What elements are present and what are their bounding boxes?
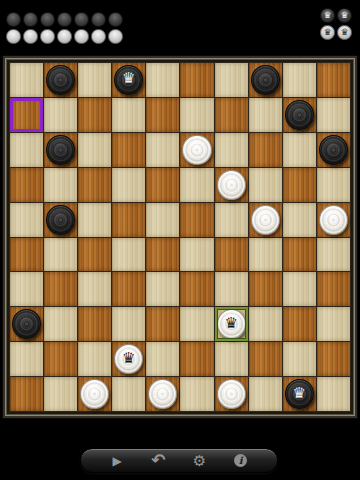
- white-man[interactable]: [251, 205, 280, 235]
- square-r3c4[interactable]: [112, 133, 145, 167]
- tray-white-kings-row: ♛♛: [320, 25, 352, 40]
- black-crown-icon: ♛: [224, 316, 237, 331]
- square-r2c3[interactable]: [78, 98, 111, 132]
- square-r2c4[interactable]: [112, 98, 145, 132]
- square-r7c2[interactable]: [44, 272, 77, 306]
- square-r4c7[interactable]: [215, 168, 248, 202]
- square-r7c3[interactable]: [78, 272, 111, 306]
- tray-black-man: [74, 12, 89, 27]
- tray-black-man: [108, 12, 123, 27]
- square-r5c1[interactable]: [10, 203, 43, 237]
- tray-black-men-row: [6, 12, 123, 27]
- square-r10c4[interactable]: [112, 377, 145, 411]
- square-r2c1[interactable]: [10, 98, 43, 132]
- square-r6c6[interactable]: [180, 238, 213, 272]
- undo-icon: ↶: [151, 450, 165, 470]
- square-r6c2[interactable]: [44, 238, 77, 272]
- square-r7c6[interactable]: [180, 272, 213, 306]
- square-r8c3[interactable]: [78, 307, 111, 341]
- square-r10c8[interactable]: [249, 377, 282, 411]
- square-r3c5[interactable]: [146, 133, 179, 167]
- square-r9c6[interactable]: [180, 342, 213, 376]
- white-crown-icon: ♛: [122, 71, 135, 86]
- black-man[interactable]: [46, 135, 75, 165]
- black-king[interactable]: ♛: [114, 65, 143, 95]
- square-r8c1[interactable]: [10, 307, 43, 341]
- square-r1c4[interactable]: ♛: [112, 63, 145, 97]
- black-man[interactable]: [46, 65, 75, 95]
- square-r7c4[interactable]: [112, 272, 145, 306]
- square-r7c5[interactable]: [146, 272, 179, 306]
- square-r9c5[interactable]: [146, 342, 179, 376]
- square-r8c5[interactable]: [146, 307, 179, 341]
- square-r6c5[interactable]: [146, 238, 179, 272]
- black-man[interactable]: [251, 65, 280, 95]
- square-r4c8[interactable]: [249, 168, 282, 202]
- square-r3c7[interactable]: [215, 133, 248, 167]
- square-r9c4[interactable]: ♛: [112, 342, 145, 376]
- square-r2c5[interactable]: [146, 98, 179, 132]
- tray-black-king: ♛: [320, 8, 335, 23]
- square-r8c7[interactable]: ♛: [215, 307, 248, 341]
- square-r7c9[interactable]: [283, 272, 316, 306]
- square-r10c2[interactable]: [44, 377, 77, 411]
- draughts-board: ♛♛♛♛: [2, 55, 358, 419]
- tray-white-king: ♛: [320, 25, 335, 40]
- square-r1c10[interactable]: [317, 63, 350, 97]
- white-crown-icon: ♛: [293, 386, 306, 401]
- white-man[interactable]: [217, 379, 246, 409]
- settings-button[interactable]: ⚙: [185, 449, 215, 472]
- square-r5c2[interactable]: [44, 203, 77, 237]
- square-r1c3[interactable]: [78, 63, 111, 97]
- undo-button[interactable]: ↶: [143, 449, 173, 472]
- square-r7c1[interactable]: [10, 272, 43, 306]
- square-r9c2[interactable]: [44, 342, 77, 376]
- white-king[interactable]: ♛: [217, 309, 246, 339]
- square-r4c10[interactable]: [317, 168, 350, 202]
- square-r3c8[interactable]: [249, 133, 282, 167]
- black-man[interactable]: [12, 309, 41, 339]
- square-r4c1[interactable]: [10, 168, 43, 202]
- square-r9c10[interactable]: [317, 342, 350, 376]
- bottom-toolbar: ▶↶⚙i: [80, 448, 278, 473]
- white-man[interactable]: [217, 170, 246, 200]
- white-man[interactable]: [148, 379, 177, 409]
- square-r5c6[interactable]: [180, 203, 213, 237]
- square-r7c10[interactable]: [317, 272, 350, 306]
- info-button[interactable]: i: [226, 449, 256, 472]
- square-r4c2[interactable]: [44, 168, 77, 202]
- square-r7c8[interactable]: [249, 272, 282, 306]
- tray-black-king: ♛: [337, 8, 352, 23]
- square-r5c8[interactable]: [249, 203, 282, 237]
- square-r10c1[interactable]: [10, 377, 43, 411]
- white-crown-icon: ♛: [323, 11, 331, 20]
- square-r1c8[interactable]: [249, 63, 282, 97]
- square-r6c1[interactable]: [10, 238, 43, 272]
- black-man[interactable]: [46, 205, 75, 235]
- checkers-app-screen: { "game": "checkers", "variant": "intern…: [0, 0, 360, 480]
- square-r4c4[interactable]: [112, 168, 145, 202]
- square-r8c6[interactable]: [180, 307, 213, 341]
- square-r9c8[interactable]: [249, 342, 282, 376]
- captured-tray-men: [6, 12, 123, 44]
- square-r2c8[interactable]: [249, 98, 282, 132]
- tray-white-man: [23, 29, 38, 44]
- square-r4c9[interactable]: [283, 168, 316, 202]
- square-r8c4[interactable]: [112, 307, 145, 341]
- square-r3c10[interactable]: [317, 133, 350, 167]
- square-r2c9[interactable]: [283, 98, 316, 132]
- square-r9c3[interactable]: [78, 342, 111, 376]
- square-r7c7[interactable]: [215, 272, 248, 306]
- tray-white-king: ♛: [337, 25, 352, 40]
- square-r3c3[interactable]: [78, 133, 111, 167]
- tray-white-men-row: [6, 29, 123, 44]
- tray-white-man: [40, 29, 55, 44]
- square-r3c6[interactable]: [180, 133, 213, 167]
- tray-black-man: [6, 12, 21, 27]
- square-r1c5[interactable]: [146, 63, 179, 97]
- square-r3c9[interactable]: [283, 133, 316, 167]
- square-r9c1[interactable]: [10, 342, 43, 376]
- play-button[interactable]: ▶: [102, 449, 132, 472]
- square-r1c9[interactable]: [283, 63, 316, 97]
- tray-white-man: [91, 29, 106, 44]
- black-man[interactable]: [285, 100, 314, 130]
- black-man[interactable]: [319, 135, 348, 165]
- tray-white-man: [6, 29, 21, 44]
- square-r2c6[interactable]: [180, 98, 213, 132]
- square-r10c6[interactable]: [180, 377, 213, 411]
- tray-black-kings-row: ♛♛: [320, 8, 352, 23]
- square-r5c10[interactable]: [317, 203, 350, 237]
- square-r9c7[interactable]: [215, 342, 248, 376]
- square-r10c5[interactable]: [146, 377, 179, 411]
- tray-black-man: [91, 12, 106, 27]
- white-man[interactable]: [182, 135, 211, 165]
- tray-black-man: [23, 12, 38, 27]
- square-r8c8[interactable]: [249, 307, 282, 341]
- square-r8c9[interactable]: [283, 307, 316, 341]
- square-r2c2[interactable]: [44, 98, 77, 132]
- tray-black-man: [57, 12, 72, 27]
- square-r6c4[interactable]: [112, 238, 145, 272]
- square-r6c8[interactable]: [249, 238, 282, 272]
- square-r5c7[interactable]: [215, 203, 248, 237]
- square-r8c2[interactable]: [44, 307, 77, 341]
- square-r5c3[interactable]: [78, 203, 111, 237]
- square-r6c9[interactable]: [283, 238, 316, 272]
- captured-tray-kings: ♛♛ ♛♛: [320, 8, 352, 40]
- white-crown-icon: ♛: [340, 11, 348, 20]
- black-crown-icon: ♛: [340, 28, 348, 37]
- square-r8c10[interactable]: [317, 307, 350, 341]
- square-r3c1[interactable]: [10, 133, 43, 167]
- square-r9c9[interactable]: [283, 342, 316, 376]
- settings-icon: ⚙: [193, 452, 206, 470]
- square-r5c9[interactable]: [283, 203, 316, 237]
- black-king[interactable]: ♛: [285, 379, 314, 409]
- square-r1c2[interactable]: [44, 63, 77, 97]
- board-grid: ♛♛♛♛: [9, 62, 351, 412]
- square-r10c3[interactable]: [78, 377, 111, 411]
- square-r5c5[interactable]: [146, 203, 179, 237]
- square-r6c10[interactable]: [317, 238, 350, 272]
- tray-white-man: [57, 29, 72, 44]
- tray-black-man: [40, 12, 55, 27]
- square-r10c7[interactable]: [215, 377, 248, 411]
- square-r2c10[interactable]: [317, 98, 350, 132]
- square-r10c10[interactable]: [317, 377, 350, 411]
- info-icon: i: [234, 454, 247, 467]
- square-r1c6[interactable]: [180, 63, 213, 97]
- square-r6c3[interactable]: [78, 238, 111, 272]
- black-crown-icon: ♛: [323, 28, 331, 37]
- square-r1c7[interactable]: [215, 63, 248, 97]
- square-r4c5[interactable]: [146, 168, 179, 202]
- square-r6c7[interactable]: [215, 238, 248, 272]
- white-man[interactable]: [80, 379, 109, 409]
- square-r2c7[interactable]: [215, 98, 248, 132]
- square-r3c2[interactable]: [44, 133, 77, 167]
- square-r4c6[interactable]: [180, 168, 213, 202]
- square-r1c1[interactable]: [10, 63, 43, 97]
- black-crown-icon: ♛: [122, 351, 135, 366]
- square-r10c9[interactable]: ♛: [283, 377, 316, 411]
- white-man[interactable]: [319, 205, 348, 235]
- tray-white-man: [108, 29, 123, 44]
- square-r5c4[interactable]: [112, 203, 145, 237]
- play-icon: ▶: [113, 454, 122, 468]
- tray-white-man: [74, 29, 89, 44]
- square-r4c3[interactable]: [78, 168, 111, 202]
- white-king[interactable]: ♛: [114, 344, 143, 374]
